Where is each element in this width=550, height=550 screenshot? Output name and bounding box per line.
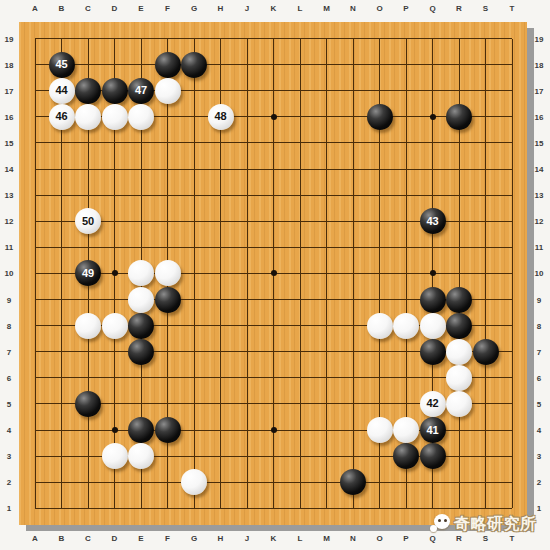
stone-white[interactable] <box>393 417 419 443</box>
column-label-bottom: H <box>218 534 224 543</box>
stone-white[interactable] <box>155 78 181 104</box>
row-label-left: 8 <box>7 321 11 330</box>
stone-black[interactable] <box>420 287 446 313</box>
column-label-top: T <box>510 4 515 13</box>
stone-white[interactable] <box>102 104 128 130</box>
row-label-left: 10 <box>5 269 14 278</box>
stone-black[interactable] <box>128 313 154 339</box>
column-label-top: M <box>323 4 330 13</box>
column-label-bottom: P <box>403 534 408 543</box>
column-label-top: O <box>376 4 382 13</box>
row-label-left: 3 <box>7 452 11 461</box>
row-label-right: 14 <box>535 165 544 174</box>
row-label-left: 4 <box>7 426 11 435</box>
column-label-top: F <box>165 4 170 13</box>
row-label-right: 9 <box>537 295 541 304</box>
row-label-left: 13 <box>5 191 14 200</box>
row-label-right: 13 <box>535 191 544 200</box>
go-diagram: 45444746485043494241 奇略研究所 AABBCCDDEEFFG… <box>0 0 550 550</box>
stone-black[interactable] <box>75 78 101 104</box>
grid-line <box>35 482 512 483</box>
move-number: 49 <box>82 268 94 279</box>
column-label-bottom: E <box>138 534 143 543</box>
row-label-right: 15 <box>535 138 544 147</box>
column-label-top: B <box>59 4 65 13</box>
column-label-bottom: C <box>85 534 91 543</box>
watermark-text: 奇略研究所 <box>454 514 537 535</box>
column-label-bottom: K <box>271 534 277 543</box>
stone-black[interactable] <box>75 391 101 417</box>
column-label-bottom: G <box>191 534 197 543</box>
row-label-left: 2 <box>7 478 11 487</box>
stone-white[interactable]: 42 <box>420 391 446 417</box>
column-label-top: A <box>32 4 38 13</box>
stone-black[interactable] <box>181 52 207 78</box>
stone-black[interactable]: 41 <box>420 417 446 443</box>
stone-black[interactable]: 43 <box>420 208 446 234</box>
column-label-top: R <box>456 4 462 13</box>
column-label-bottom: L <box>298 534 303 543</box>
column-label-bottom: M <box>323 534 330 543</box>
column-label-top: D <box>112 4 118 13</box>
row-label-right: 8 <box>537 321 541 330</box>
grid-line <box>326 39 327 509</box>
column-label-bottom: J <box>245 534 249 543</box>
column-label-top: S <box>483 4 488 13</box>
row-label-left: 9 <box>7 295 11 304</box>
row-label-right: 4 <box>537 426 541 435</box>
stone-black[interactable]: 45 <box>49 52 75 78</box>
row-label-right: 6 <box>537 373 541 382</box>
move-number: 47 <box>135 85 147 96</box>
star-point <box>271 114 277 120</box>
row-label-left: 6 <box>7 373 11 382</box>
row-label-right: 2 <box>537 478 541 487</box>
column-label-bottom: B <box>59 534 65 543</box>
column-label-top: P <box>403 4 408 13</box>
row-label-left: 1 <box>7 504 11 513</box>
row-label-left: 7 <box>7 347 11 356</box>
stone-black[interactable]: 49 <box>75 260 101 286</box>
move-number: 44 <box>55 85 67 96</box>
stone-black[interactable] <box>367 104 393 130</box>
star-point <box>271 427 277 433</box>
row-label-left: 18 <box>5 60 14 69</box>
stone-black[interactable] <box>420 443 446 469</box>
stone-black[interactable] <box>102 78 128 104</box>
stone-white[interactable]: 48 <box>208 104 234 130</box>
row-label-left: 5 <box>7 399 11 408</box>
grid-line <box>512 39 513 509</box>
stone-black[interactable] <box>473 339 499 365</box>
row-label-right: 19 <box>535 34 544 43</box>
row-label-left: 17 <box>5 86 14 95</box>
stone-white[interactable] <box>181 469 207 495</box>
row-label-left: 12 <box>5 217 14 226</box>
stone-white[interactable] <box>128 287 154 313</box>
stone-black[interactable] <box>128 339 154 365</box>
stone-black[interactable] <box>446 313 472 339</box>
stone-white[interactable] <box>393 313 419 339</box>
column-label-bottom: A <box>32 534 38 543</box>
star-point <box>430 114 436 120</box>
move-number: 42 <box>426 398 438 409</box>
stone-white[interactable] <box>446 339 472 365</box>
column-label-top: C <box>85 4 91 13</box>
stone-black[interactable] <box>155 417 181 443</box>
stone-black[interactable] <box>446 104 472 130</box>
row-label-left: 19 <box>5 34 14 43</box>
stone-black[interactable]: 47 <box>128 78 154 104</box>
star-point <box>112 270 118 276</box>
column-label-top: J <box>245 4 249 13</box>
grid-line <box>35 377 512 378</box>
column-label-bottom: S <box>483 534 488 543</box>
move-number: 48 <box>214 111 226 122</box>
stone-white[interactable]: 44 <box>49 78 75 104</box>
column-label-bottom: R <box>456 534 462 543</box>
row-label-left: 16 <box>5 112 14 121</box>
stone-white[interactable] <box>75 313 101 339</box>
column-label-top: K <box>271 4 277 13</box>
stone-white[interactable] <box>367 417 393 443</box>
stone-black[interactable] <box>446 287 472 313</box>
stone-white[interactable] <box>367 313 393 339</box>
row-label-left: 14 <box>5 165 14 174</box>
column-label-bottom: D <box>112 534 118 543</box>
move-number: 50 <box>82 216 94 227</box>
stone-white[interactable] <box>102 313 128 339</box>
row-label-right: 12 <box>535 217 544 226</box>
stone-white[interactable]: 50 <box>75 208 101 234</box>
column-label-bottom: N <box>350 534 356 543</box>
stone-black[interactable] <box>420 339 446 365</box>
stone-white[interactable] <box>446 365 472 391</box>
star-point <box>112 427 118 433</box>
column-label-top: E <box>138 4 143 13</box>
move-number: 46 <box>55 111 67 122</box>
stone-black[interactable] <box>128 417 154 443</box>
row-label-right: 18 <box>535 60 544 69</box>
go-board[interactable]: 45444746485043494241 <box>19 22 527 525</box>
row-label-right: 1 <box>537 504 541 513</box>
stone-white[interactable] <box>446 391 472 417</box>
watermark-face-icon <box>430 512 452 536</box>
stone-white[interactable] <box>155 260 181 286</box>
column-label-bottom: T <box>510 534 515 543</box>
grid-line <box>485 39 486 509</box>
row-label-left: 11 <box>5 243 13 252</box>
row-label-right: 3 <box>537 452 541 461</box>
row-label-right: 7 <box>537 347 541 356</box>
star-point <box>271 270 277 276</box>
grid-line <box>300 39 301 509</box>
stone-black[interactable] <box>340 469 366 495</box>
stone-black[interactable] <box>155 287 181 313</box>
column-label-top: N <box>350 4 356 13</box>
column-label-bottom: O <box>376 534 382 543</box>
star-point <box>430 270 436 276</box>
row-label-right: 16 <box>535 112 544 121</box>
row-label-right: 17 <box>535 86 544 95</box>
column-label-top: L <box>298 4 303 13</box>
grid-line <box>353 39 354 509</box>
stone-white[interactable] <box>128 104 154 130</box>
column-label-top: G <box>191 4 197 13</box>
move-number: 41 <box>426 425 438 436</box>
row-label-right: 11 <box>535 243 543 252</box>
column-label-bottom: F <box>165 534 170 543</box>
stone-white[interactable] <box>420 313 446 339</box>
move-number: 45 <box>55 59 67 70</box>
stone-white[interactable] <box>102 443 128 469</box>
stone-white[interactable]: 46 <box>49 104 75 130</box>
stone-white[interactable] <box>128 443 154 469</box>
column-label-bottom: Q <box>429 534 435 543</box>
stone-white[interactable] <box>75 104 101 130</box>
row-label-left: 15 <box>5 138 14 147</box>
row-label-right: 10 <box>535 269 544 278</box>
stone-black[interactable] <box>393 443 419 469</box>
move-number: 43 <box>426 216 438 227</box>
column-label-top: Q <box>429 4 435 13</box>
watermark: 奇略研究所 <box>430 509 549 539</box>
stone-white[interactable] <box>128 260 154 286</box>
column-label-top: H <box>218 4 224 13</box>
row-label-right: 5 <box>537 399 541 408</box>
stone-black[interactable] <box>155 52 181 78</box>
